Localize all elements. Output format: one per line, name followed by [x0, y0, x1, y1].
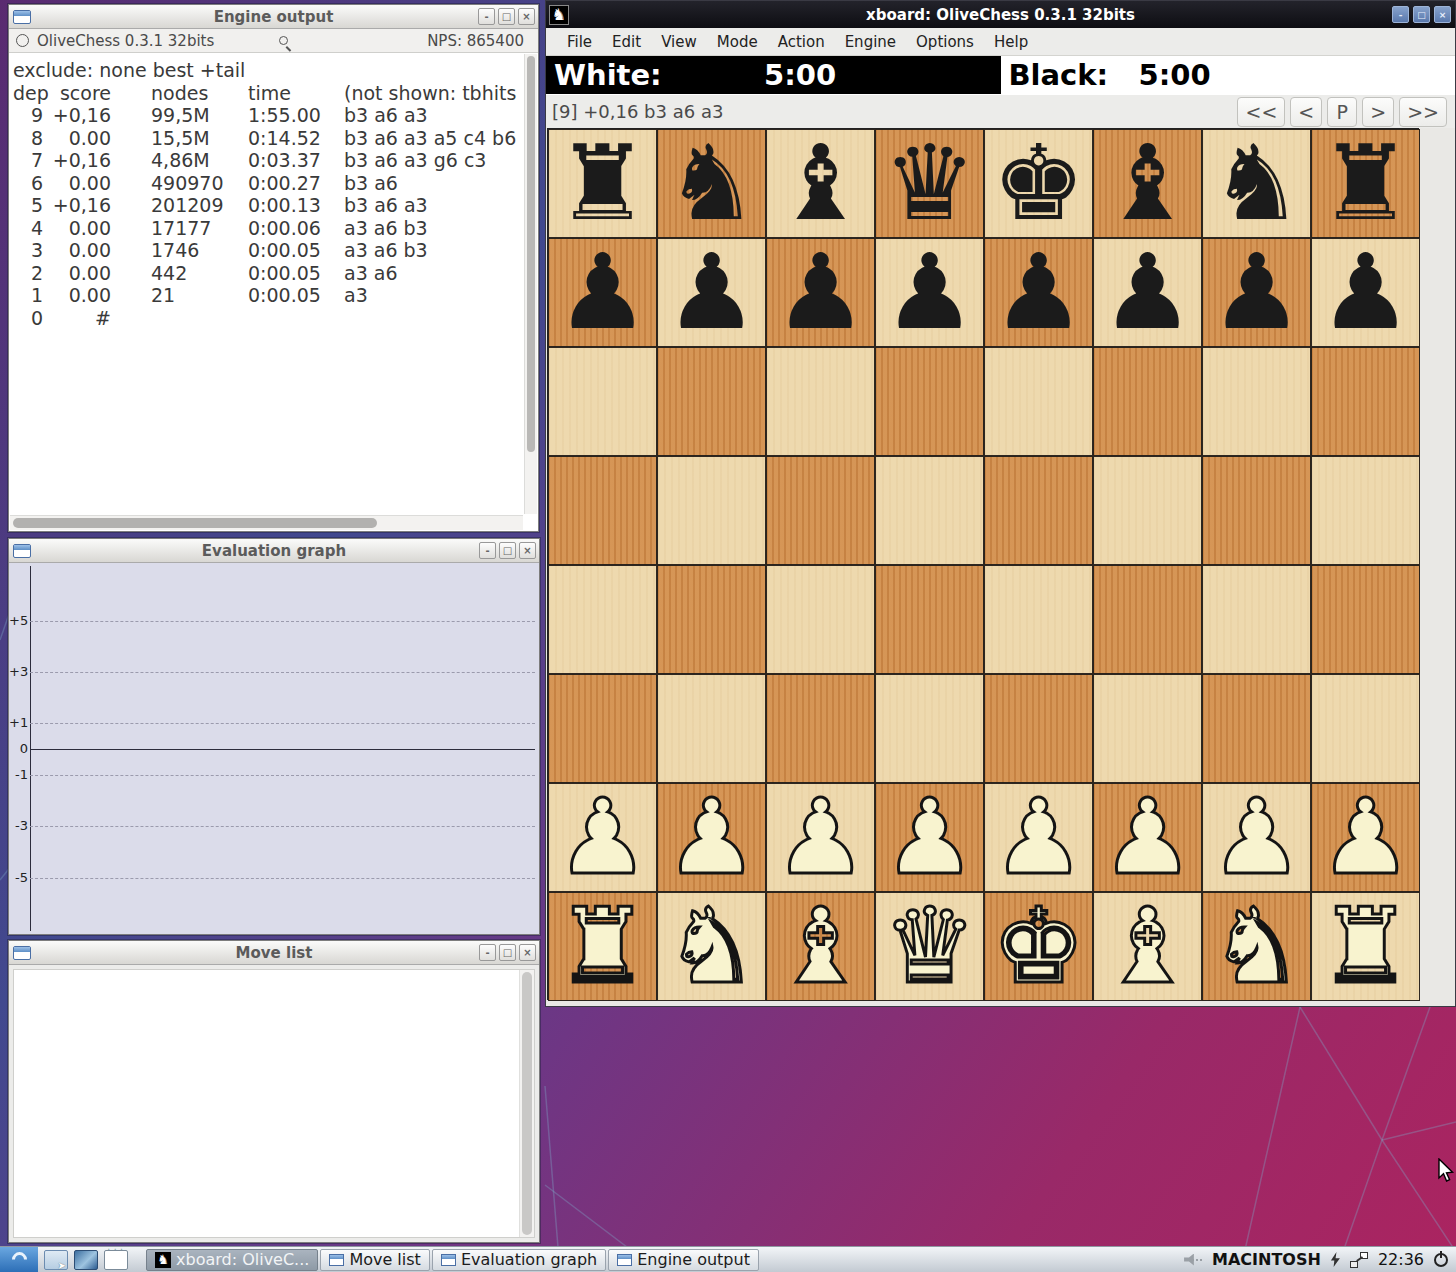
evaluation-graph-window: Evaluation graph - □ × +5+3+10-1-3-5	[8, 538, 540, 935]
engine-cell: 0.00	[43, 239, 111, 262]
square-f5[interactable]	[1093, 456, 1202, 565]
knight-app-icon: ♞	[549, 5, 569, 25]
engine-cell: 4	[13, 217, 43, 240]
engine-cell: 21	[111, 284, 248, 307]
zero-line	[30, 749, 535, 750]
square-b2[interactable]: ♟	[657, 783, 766, 892]
engine-cell: 8	[13, 127, 43, 150]
square-d7[interactable]: ♟	[875, 238, 984, 347]
square-b7[interactable]: ♟	[657, 238, 766, 347]
engine-output-title: Engine output	[9, 8, 538, 26]
engine-table-row: 10.00210:00.05a3	[13, 284, 520, 307]
square-d6[interactable]	[875, 347, 984, 456]
square-f8[interactable]: ♝	[1093, 129, 1202, 238]
white-queen[interactable]: ♛	[883, 892, 976, 1001]
square-a1[interactable]: ♜	[548, 892, 657, 1001]
square-e2[interactable]: ♟	[984, 783, 1093, 892]
mouse-cursor	[1437, 1158, 1456, 1184]
vertical-scrollbar[interactable]	[519, 970, 534, 1237]
white-clock[interactable]: White: 5:00	[546, 56, 1001, 94]
engine-table-row: 80.0015,5M0:14.52b3 a6 a3 a5 c4 b6	[13, 127, 520, 150]
square-b8[interactable]: ♞	[657, 129, 766, 238]
engine-cell: #	[43, 307, 111, 330]
evaluation-graph-title: Evaluation graph	[9, 542, 539, 560]
engine-name: OliveChess 0.3.1 32bits	[37, 32, 214, 50]
engine-table-row: 7+0,164,86M0:03.37b3 a6 a3 g6 c3	[13, 149, 520, 172]
taskbar-task-xboard-olivec-[interactable]: ♞xboard: OliveC...	[146, 1249, 318, 1271]
tray-clock[interactable]: 22:36	[1378, 1250, 1424, 1269]
menu-options[interactable]: Options	[907, 30, 983, 54]
engine-cell: 0:00.05	[248, 262, 344, 285]
window-icon	[13, 544, 31, 558]
white-bishop[interactable]: ♝	[1101, 892, 1194, 1001]
engine-table-row: 60.004909700:00.27b3 a6	[13, 172, 520, 195]
menu-action[interactable]: Action	[769, 30, 834, 54]
square-f7[interactable]: ♟	[1093, 238, 1202, 347]
square-d4[interactable]	[875, 565, 984, 674]
square-h5[interactable]	[1311, 456, 1420, 565]
square-a3[interactable]	[548, 674, 657, 783]
engine-cell: 0.00	[43, 127, 111, 150]
engine-cell: dep	[13, 82, 43, 105]
engine-header-row: OliveChess 0.3.1 32bits NPS: 865400	[9, 29, 538, 53]
square-b5[interactable]	[657, 456, 766, 565]
engine-output-window: Engine output - □ × OliveChess 0.3.1 32b…	[8, 4, 539, 532]
black-knight[interactable]: ♞	[1210, 129, 1303, 238]
square-f3[interactable]	[1093, 674, 1202, 783]
evaluation-graph-plot[interactable]: +5+3+10-1-3-5	[9, 563, 539, 934]
engine-cell: 0:14.52	[248, 127, 344, 150]
square-a5[interactable]	[548, 456, 657, 565]
engine-cell: 0:00.05	[248, 239, 344, 262]
square-a4[interactable]	[548, 565, 657, 674]
show-desktop-icon[interactable]	[74, 1250, 98, 1270]
square-c8[interactable]: ♝	[766, 129, 875, 238]
taskbar: ♞xboard: OliveC...Move listEvaluation gr…	[0, 1246, 1456, 1272]
white-knight[interactable]: ♞	[1210, 892, 1303, 1001]
file-manager-icon[interactable]	[44, 1250, 68, 1270]
engine-output-pane[interactable]: exclude: none best +tail depscorenodesti…	[9, 53, 538, 531]
xboard-main-window: ♞ xboard: OliveChess 0.3.1 32bits - □ × …	[545, 0, 1456, 1007]
engine-cell: a3 a6 b3	[344, 239, 520, 262]
engine-cell: 3	[13, 239, 43, 262]
hostname-label: MACINTOSH	[1212, 1250, 1321, 1269]
task-label: Evaluation graph	[461, 1250, 597, 1269]
square-f2[interactable]: ♟	[1093, 783, 1202, 892]
gridline	[30, 878, 535, 879]
black-pawn[interactable]: ♟	[556, 238, 649, 347]
square-d5[interactable]	[875, 456, 984, 565]
square-e6[interactable]	[984, 347, 1093, 456]
engine-cell: a3 a6	[344, 262, 520, 285]
engine-cell: 490970	[111, 172, 248, 195]
y-tick-label: -1	[9, 767, 28, 782]
black-rook[interactable]: ♜	[1319, 129, 1412, 238]
engine-cell: b3 a6 a3 a5 c4 b6	[344, 127, 520, 150]
white-bishop[interactable]: ♝	[774, 892, 867, 1001]
black-queen[interactable]: ♛	[883, 129, 976, 238]
window-icon	[329, 1254, 344, 1266]
scrollbar-thumb[interactable]	[522, 972, 532, 1235]
white-pawn[interactable]: ♟	[665, 783, 758, 892]
engine-cell: b3 a6	[344, 172, 520, 195]
square-e5[interactable]	[984, 456, 1093, 565]
xboard-title: xboard: OliveChess 0.3.1 32bits	[546, 6, 1455, 24]
black-clock[interactable]: Black: 5:00	[1001, 56, 1456, 94]
engine-cell: 201209	[111, 194, 248, 217]
black-clock-time: 5:00	[1139, 58, 1211, 92]
black-knight[interactable]: ♞	[665, 129, 758, 238]
y-tick-label: 0	[9, 741, 28, 756]
engine-cell	[344, 307, 520, 330]
engine-cell: 17177	[111, 217, 248, 240]
square-d1[interactable]: ♛	[875, 892, 984, 1001]
square-e8[interactable]: ♚	[984, 129, 1093, 238]
black-clock-label: Black:	[1001, 58, 1139, 92]
engine-cell: 9	[13, 104, 43, 127]
vertical-scrollbar[interactable]	[524, 54, 537, 514]
clock-bar: White: 5:00 Black: 5:00	[546, 56, 1455, 94]
xboard-titlebar[interactable]: ♞ xboard: OliveChess 0.3.1 32bits - □ ×	[546, 1, 1455, 28]
engine-cell: nodes	[111, 82, 248, 105]
square-a2[interactable]: ♟	[548, 783, 657, 892]
taskbar-task-engine-output[interactable]: Engine output	[608, 1249, 759, 1271]
engine-cell: 0	[13, 307, 43, 330]
engine-cell: (not shown: tbhits	[344, 82, 520, 105]
white-knight[interactable]: ♞	[665, 892, 758, 1001]
menu-engine[interactable]: Engine	[836, 30, 905, 54]
menu-view[interactable]: View	[652, 30, 706, 54]
square-c1[interactable]: ♝	[766, 892, 875, 1001]
square-c6[interactable]	[766, 347, 875, 456]
minimize-button[interactable]: -	[479, 542, 496, 559]
gridline	[30, 775, 535, 776]
square-h6[interactable]	[1311, 347, 1420, 456]
white-pawn[interactable]: ♟	[774, 783, 867, 892]
black-pawn[interactable]: ♟	[883, 238, 976, 347]
engine-cell: 0.00	[43, 262, 111, 285]
task-label: xboard: OliveC...	[176, 1250, 309, 1269]
engine-cell: time	[248, 82, 344, 105]
square-g7[interactable]: ♟	[1202, 238, 1311, 347]
menu-file[interactable]: File	[558, 30, 601, 54]
engine-cell: 1:55.00	[248, 104, 344, 127]
engine-table-row: 20.004420:00.05a3 a6	[13, 262, 520, 285]
square-h8[interactable]: ♜	[1311, 129, 1420, 238]
black-pawn[interactable]: ♟	[1319, 238, 1412, 347]
black-bishop[interactable]: ♝	[1101, 129, 1194, 238]
white-rook[interactable]: ♜	[1319, 892, 1412, 1001]
engine-cell	[111, 307, 248, 330]
square-g3[interactable]	[1202, 674, 1311, 783]
engine-cell: +0,16	[43, 149, 111, 172]
engine-cell: 99,5M	[111, 104, 248, 127]
y-tick-label: +5	[9, 613, 28, 628]
engine-cell: b3 a6 a3	[344, 104, 520, 127]
task-buttons: ♞xboard: OliveC...Move listEvaluation gr…	[146, 1249, 759, 1271]
gridline	[30, 826, 535, 827]
exclude-line: exclude: none best +tail	[13, 59, 520, 82]
white-pawn[interactable]: ♟	[1210, 783, 1303, 892]
taskbar-task-move-list[interactable]: Move list	[320, 1249, 430, 1271]
maximize-button[interactable]: □	[1413, 6, 1430, 23]
engine-table-row: 40.00171770:00.06a3 a6 b3	[13, 217, 520, 240]
square-g2[interactable]: ♟	[1202, 783, 1311, 892]
square-c2[interactable]: ♟	[766, 783, 875, 892]
square-g5[interactable]	[1202, 456, 1311, 565]
square-h1[interactable]: ♜	[1311, 892, 1420, 1001]
task-label: Engine output	[637, 1250, 750, 1269]
gridline	[30, 672, 535, 673]
y-tick-label: +1	[9, 715, 28, 730]
move-list-window: Move list - □ ×	[8, 940, 540, 1243]
black-pawn[interactable]: ♟	[1210, 238, 1303, 347]
engine-cell: 15,5M	[111, 127, 248, 150]
scrollbar-thumb[interactable]	[13, 518, 377, 528]
start-logo-icon	[8, 1249, 29, 1270]
taskbar-task-evaluation-graph[interactable]: Evaluation graph	[432, 1249, 606, 1271]
windows-icon[interactable]	[104, 1250, 128, 1270]
square-d2[interactable]: ♟	[875, 783, 984, 892]
maximize-button[interactable]: □	[499, 542, 516, 559]
black-rook[interactable]: ♜	[556, 129, 649, 238]
square-b1[interactable]: ♞	[657, 892, 766, 1001]
white-clock-label: White:	[546, 58, 764, 92]
square-h2[interactable]: ♟	[1311, 783, 1420, 892]
engine-cell: 0.00	[43, 172, 111, 195]
menu-bar: FileEditViewModeActionEngineOptionsHelp	[546, 28, 1455, 56]
square-e1[interactable]: ♚	[984, 892, 1093, 1001]
white-pawn[interactable]: ♟	[883, 783, 976, 892]
power-bolt-icon[interactable]	[1331, 1252, 1340, 1267]
white-pawn[interactable]: ♟	[992, 783, 1085, 892]
square-f4[interactable]	[1093, 565, 1202, 674]
engine-cell: 0:03.37	[248, 149, 344, 172]
evaluation-graph-titlebar[interactable]: Evaluation graph - □ ×	[9, 539, 539, 563]
square-h4[interactable]	[1311, 565, 1420, 674]
engine-cell: 2	[13, 262, 43, 285]
power-icon[interactable]	[1434, 1253, 1448, 1267]
engine-cell: score	[43, 82, 111, 105]
square-c4[interactable]	[766, 565, 875, 674]
engine-cell: b3 a6 a3 g6 c3	[344, 149, 520, 172]
engine-output-titlebar[interactable]: Engine output - □ ×	[9, 5, 538, 29]
engine-table-row: 30.0017460:00.05a3 a6 b3	[13, 239, 520, 262]
square-g6[interactable]	[1202, 347, 1311, 456]
chess-board[interactable]: ♜♞♝♛♚♝♞♜♟♟♟♟♟♟♟♟♟♟♟♟♟♟♟♟♜♞♝♛♚♝♞♜	[547, 128, 1419, 1000]
square-g4[interactable]	[1202, 565, 1311, 674]
engine-cell: 6	[13, 172, 43, 195]
close-button[interactable]: ×	[519, 542, 536, 559]
horizontal-scrollbar[interactable]	[10, 515, 523, 530]
knight-icon: ♞	[155, 1252, 171, 1268]
close-button[interactable]: ×	[519, 944, 536, 961]
menu-edit[interactable]: Edit	[603, 30, 650, 54]
square-e4[interactable]	[984, 565, 1093, 674]
engine-table-row: 9+0,1699,5M1:55.00b3 a6 a3	[13, 104, 520, 127]
window-icon	[13, 10, 31, 24]
square-b6[interactable]	[657, 347, 766, 456]
engine-cell: 0:00.27	[248, 172, 344, 195]
engine-cell: 0:00.06	[248, 217, 344, 240]
white-pawn[interactable]: ♟	[556, 783, 649, 892]
engine-table-row: 5+0,162012090:00.13b3 a6 a3	[13, 194, 520, 217]
engine-table-row: 0#	[13, 307, 520, 330]
menu-help[interactable]: Help	[985, 30, 1037, 54]
engine-status-text: [9] +0,16 b3 a6 a3	[546, 101, 1237, 122]
square-g8[interactable]: ♞	[1202, 129, 1311, 238]
black-pawn[interactable]: ♟	[665, 238, 758, 347]
minimize-button[interactable]: -	[478, 8, 495, 25]
square-h3[interactable]	[1311, 674, 1420, 783]
nps-value: NPS: 865400	[427, 32, 524, 50]
square-b4[interactable]	[657, 565, 766, 674]
y-tick-label: +3	[9, 664, 28, 679]
white-rook[interactable]: ♜	[556, 892, 649, 1001]
network-icon[interactable]	[1350, 1252, 1368, 1268]
square-c7[interactable]: ♟	[766, 238, 875, 347]
engine-state-icon[interactable]	[16, 34, 29, 47]
black-king[interactable]: ♚	[992, 129, 1085, 238]
y-tick-label: -3	[9, 818, 28, 833]
move-list-titlebar[interactable]: Move list - □ ×	[9, 941, 539, 965]
engine-cell: a3	[344, 284, 520, 307]
square-a8[interactable]: ♜	[548, 129, 657, 238]
square-e3[interactable]	[984, 674, 1093, 783]
engine-cell: 0.00	[43, 284, 111, 307]
task-label: Move list	[349, 1250, 421, 1269]
engine-cell: 0:00.13	[248, 194, 344, 217]
maximize-button[interactable]: □	[499, 944, 516, 961]
search-icon[interactable]	[279, 36, 288, 45]
scrollbar-thumb[interactable]	[527, 56, 535, 452]
move-list-pane[interactable]	[13, 969, 535, 1238]
engine-cell: 7	[13, 149, 43, 172]
window-icon	[13, 946, 31, 960]
close-button[interactable]: ×	[518, 8, 535, 25]
minimize-button[interactable]: -	[1392, 6, 1409, 23]
engine-cell: 1746	[111, 239, 248, 262]
gridline	[30, 621, 535, 622]
start-menu-button[interactable]	[0, 1247, 38, 1272]
square-a7[interactable]: ♟	[548, 238, 657, 347]
white-pawn[interactable]: ♟	[1101, 783, 1194, 892]
maximize-button[interactable]: □	[498, 8, 515, 25]
engine-cell: 0:00.05	[248, 284, 344, 307]
engine-cell: a3 a6 b3	[344, 217, 520, 240]
square-h7[interactable]: ♟	[1311, 238, 1420, 347]
y-tick-label: -5	[9, 870, 28, 885]
menu-mode[interactable]: Mode	[708, 30, 767, 54]
white-king[interactable]: ♚	[992, 892, 1085, 1001]
window-icon	[617, 1254, 632, 1266]
engine-cell	[248, 307, 344, 330]
square-b3[interactable]	[657, 674, 766, 783]
engine-cell: b3 a6 a3	[344, 194, 520, 217]
system-tray: MACINTOSH 22:36	[1184, 1250, 1456, 1269]
black-bishop[interactable]: ♝	[774, 129, 867, 238]
square-d8[interactable]: ♛	[875, 129, 984, 238]
move-list-title: Move list	[9, 944, 539, 962]
close-button[interactable]: ×	[1434, 6, 1451, 23]
engine-cell: 5	[13, 194, 43, 217]
gridline	[30, 723, 535, 724]
black-pawn[interactable]: ♟	[774, 238, 867, 347]
square-a6[interactable]	[548, 347, 657, 456]
square-f1[interactable]: ♝	[1093, 892, 1202, 1001]
engine-cell: +0,16	[43, 104, 111, 127]
square-g1[interactable]: ♞	[1202, 892, 1311, 1001]
white-pawn[interactable]: ♟	[1319, 783, 1412, 892]
square-c5[interactable]	[766, 456, 875, 565]
engine-table-header: depscorenodestime(not shown: tbhits	[13, 82, 520, 105]
engine-cell: 4,86M	[111, 149, 248, 172]
engine-cell: 0.00	[43, 217, 111, 240]
minimize-button[interactable]: -	[479, 944, 496, 961]
window-icon	[441, 1254, 456, 1266]
square-c3[interactable]	[766, 674, 875, 783]
engine-cell: 442	[111, 262, 248, 285]
square-f6[interactable]	[1093, 347, 1202, 456]
engine-cell: 1	[13, 284, 43, 307]
black-pawn[interactable]: ♟	[992, 238, 1085, 347]
engine-cell: +0,16	[43, 194, 111, 217]
white-clock-time: 5:00	[764, 58, 836, 92]
square-e7[interactable]: ♟	[984, 238, 1093, 347]
square-d3[interactable]	[875, 674, 984, 783]
black-pawn[interactable]: ♟	[1101, 238, 1194, 347]
